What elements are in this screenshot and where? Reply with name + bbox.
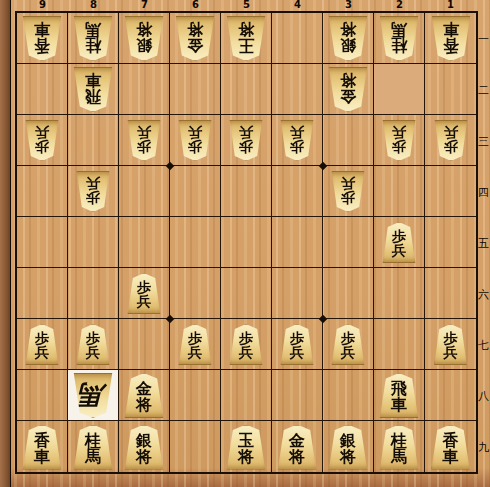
square-9-6[interactable] [17, 268, 68, 319]
square-2-5[interactable]: 歩兵 [374, 217, 425, 268]
piece-kanji: 歩 [188, 331, 202, 345]
piece-kanji: 兵 [341, 345, 355, 359]
piece-sente-1-9[interactable]: 香車 [431, 425, 471, 470]
piece-gote-9-1[interactable]: 香車 [22, 16, 62, 61]
piece-kanji: 将 [136, 449, 152, 465]
square-2-6[interactable] [374, 268, 425, 319]
piece-sente-3-9[interactable]: 銀将 [328, 425, 368, 470]
piece-kanji: 歩 [239, 140, 253, 154]
square-6-7[interactable]: 歩兵 [170, 319, 221, 370]
square-4-4[interactable] [272, 166, 323, 217]
square-5-9[interactable]: 玉将 [221, 421, 272, 472]
piece-kanji: 金 [187, 37, 203, 53]
square-4-2[interactable] [272, 64, 323, 115]
square-5-1[interactable]: 王将 [221, 13, 272, 64]
piece-sente-4-9[interactable]: 金将 [277, 425, 317, 470]
square-6-8[interactable] [170, 370, 221, 421]
rank-label-3: 三 [477, 136, 490, 147]
piece-kanji: 馬 [85, 21, 101, 37]
piece-kanji: 馬 [391, 449, 407, 465]
square-6-3[interactable]: 歩兵 [170, 115, 221, 166]
square-9-8[interactable] [17, 370, 68, 421]
square-2-4[interactable] [374, 166, 425, 217]
square-4-3[interactable]: 歩兵 [272, 115, 323, 166]
piece-gote-2-1[interactable]: 桂馬 [379, 16, 419, 61]
piece-kanji: 将 [136, 397, 152, 413]
square-5-7[interactable]: 歩兵 [221, 319, 272, 370]
piece-sente-8-9[interactable]: 桂馬 [73, 425, 113, 470]
piece-gote-5-3[interactable]: 歩兵 [229, 120, 263, 161]
piece-sente-8-7[interactable]: 歩兵 [76, 324, 110, 365]
square-9-5[interactable] [17, 217, 68, 268]
piece-kanji: 歩 [137, 280, 151, 294]
piece-kanji: 将 [340, 21, 356, 37]
piece-kanji: 将 [289, 449, 305, 465]
piece-sente-9-7[interactable]: 歩兵 [25, 324, 59, 365]
square-9-3[interactable]: 歩兵 [17, 115, 68, 166]
square-5-6[interactable] [221, 268, 272, 319]
piece-kanji: 兵 [35, 126, 49, 140]
piece-kanji: 香 [34, 37, 50, 53]
piece-kanji: 将 [238, 21, 254, 37]
rank-label-6: 六 [477, 289, 490, 300]
square-3-3[interactable] [323, 115, 374, 166]
piece-sente-5-9[interactable]: 玉将 [226, 425, 266, 470]
piece-kanji: 兵 [137, 294, 151, 308]
square-6-6[interactable] [170, 268, 221, 319]
piece-gote-8-8[interactable]: 馬 [73, 373, 113, 418]
square-1-7[interactable]: 歩兵 [425, 319, 476, 370]
square-9-2[interactable] [17, 64, 68, 115]
piece-kanji: 兵 [290, 345, 304, 359]
square-7-6[interactable]: 歩兵 [119, 268, 170, 319]
piece-kanji: 王 [238, 37, 254, 53]
square-3-4[interactable]: 歩兵 [323, 166, 374, 217]
piece-kanji: 銀 [136, 37, 152, 53]
piece-gote-9-3[interactable]: 歩兵 [25, 120, 59, 161]
piece-sente-2-5[interactable]: 歩兵 [382, 222, 416, 263]
square-1-1[interactable]: 香車 [425, 13, 476, 64]
piece-kanji: 兵 [35, 345, 49, 359]
piece-sente-6-7[interactable]: 歩兵 [178, 324, 212, 365]
square-3-7[interactable]: 歩兵 [323, 319, 374, 370]
square-8-7[interactable]: 歩兵 [68, 319, 119, 370]
square-3-1[interactable]: 銀将 [323, 13, 374, 64]
piece-gote-2-3[interactable]: 歩兵 [382, 120, 416, 161]
piece-kanji: 兵 [290, 126, 304, 140]
piece-kanji: 兵 [392, 126, 406, 140]
piece-kanji: 兵 [137, 126, 151, 140]
piece-sente-5-7[interactable]: 歩兵 [229, 324, 263, 365]
square-3-6[interactable] [323, 268, 374, 319]
file-label-2: 2 [390, 0, 410, 10]
square-4-9[interactable]: 金将 [272, 421, 323, 472]
rank-label-1: 一 [477, 34, 490, 45]
piece-kanji: 将 [136, 21, 152, 37]
square-5-3[interactable]: 歩兵 [221, 115, 272, 166]
file-label-6: 6 [186, 0, 206, 10]
piece-kanji: 兵 [239, 345, 253, 359]
square-7-9[interactable]: 銀将 [119, 421, 170, 472]
piece-kanji: 歩 [137, 140, 151, 154]
piece-sente-2-9[interactable]: 桂馬 [379, 425, 419, 470]
rank-label-4: 四 [477, 187, 490, 198]
square-7-3[interactable]: 歩兵 [119, 115, 170, 166]
square-5-2[interactable] [221, 64, 272, 115]
piece-kanji: 歩 [341, 191, 355, 205]
piece-kanji: 兵 [444, 345, 458, 359]
piece-kanji: 歩 [35, 140, 49, 154]
square-9-1[interactable]: 香車 [17, 13, 68, 64]
square-3-9[interactable]: 銀将 [323, 421, 374, 472]
square-3-5[interactable] [323, 217, 374, 268]
square-1-3[interactable]: 歩兵 [425, 115, 476, 166]
square-8-6[interactable] [68, 268, 119, 319]
piece-gote-3-4[interactable]: 歩兵 [331, 171, 365, 212]
square-3-2[interactable]: 金将 [323, 64, 374, 115]
piece-kanji: 歩 [341, 331, 355, 345]
square-2-2[interactable] [374, 64, 425, 115]
piece-kanji: 香 [443, 37, 459, 53]
piece-kanji: 車 [34, 449, 50, 465]
piece-kanji: 飛 [85, 88, 101, 104]
square-7-4[interactable] [119, 166, 170, 217]
square-8-3[interactable] [68, 115, 119, 166]
piece-kanji: 車 [34, 21, 50, 37]
square-4-1[interactable] [272, 13, 323, 64]
piece-kanji: 歩 [392, 140, 406, 154]
rank-label-5: 五 [477, 238, 490, 249]
square-4-5[interactable] [272, 217, 323, 268]
piece-kanji: 歩 [188, 140, 202, 154]
piece-kanji: 将 [340, 72, 356, 88]
square-6-2[interactable] [170, 64, 221, 115]
piece-kanji: 歩 [86, 191, 100, 205]
piece-sente-4-7[interactable]: 歩兵 [280, 324, 314, 365]
piece-gote-5-1[interactable]: 王将 [226, 16, 266, 61]
square-8-8[interactable]: 馬 [68, 370, 119, 421]
piece-kanji: 桂 [391, 37, 407, 53]
square-1-2[interactable] [425, 64, 476, 115]
square-6-9[interactable] [170, 421, 221, 472]
piece-kanji: 銀 [340, 37, 356, 53]
square-5-8[interactable] [221, 370, 272, 421]
file-label-8: 8 [84, 0, 104, 10]
square-6-5[interactable] [170, 217, 221, 268]
square-7-7[interactable] [119, 319, 170, 370]
square-2-7[interactable] [374, 319, 425, 370]
piece-kanji: 歩 [290, 331, 304, 345]
square-5-4[interactable] [221, 166, 272, 217]
piece-kanji: 歩 [35, 331, 49, 345]
piece-kanji: 車 [391, 397, 407, 413]
piece-sente-7-9[interactable]: 銀将 [124, 425, 164, 470]
piece-kanji: 兵 [392, 243, 406, 257]
square-2-9[interactable]: 桂馬 [374, 421, 425, 472]
piece-kanji: 歩 [290, 140, 304, 154]
piece-kanji: 車 [443, 21, 459, 37]
rank-label-2: 二 [477, 85, 490, 96]
rank-label-9: 九 [477, 442, 490, 453]
square-7-8[interactable]: 金将 [119, 370, 170, 421]
piece-kanji: 馬 [85, 449, 101, 465]
piece-kanji: 兵 [239, 126, 253, 140]
piece-gote-6-3[interactable]: 歩兵 [178, 120, 212, 161]
square-1-8[interactable] [425, 370, 476, 421]
piece-kanji: 兵 [444, 126, 458, 140]
file-label-4: 4 [288, 0, 308, 10]
shogi-board: 香車桂馬銀将金将王将銀将桂馬香車飛車金将歩兵歩兵歩兵歩兵歩兵歩兵歩兵歩兵歩兵歩兵… [15, 11, 478, 474]
piece-gote-1-3[interactable]: 歩兵 [434, 120, 468, 161]
square-5-5[interactable] [221, 217, 272, 268]
square-1-4[interactable] [425, 166, 476, 217]
piece-kanji: 歩 [86, 331, 100, 345]
piece-kanji: 金 [340, 88, 356, 104]
square-4-8[interactable] [272, 370, 323, 421]
file-label-5: 5 [237, 0, 257, 10]
file-label-7: 7 [135, 0, 155, 10]
piece-gote-7-1[interactable]: 銀将 [124, 16, 164, 61]
square-8-4[interactable]: 歩兵 [68, 166, 119, 217]
piece-kanji: 馬 [80, 383, 106, 409]
square-4-6[interactable] [272, 268, 323, 319]
piece-gote-3-1[interactable]: 銀将 [328, 16, 368, 61]
piece-kanji: 将 [238, 449, 254, 465]
file-label-3: 3 [339, 0, 359, 10]
file-label-1: 1 [441, 0, 461, 10]
square-7-2[interactable] [119, 64, 170, 115]
square-8-5[interactable] [68, 217, 119, 268]
piece-kanji: 車 [443, 449, 459, 465]
square-8-1[interactable]: 桂馬 [68, 13, 119, 64]
piece-gote-7-3[interactable]: 歩兵 [127, 120, 161, 161]
piece-gote-1-1[interactable]: 香車 [431, 16, 471, 61]
piece-gote-8-4[interactable]: 歩兵 [76, 171, 110, 212]
piece-kanji: 馬 [391, 21, 407, 37]
square-9-7[interactable]: 歩兵 [17, 319, 68, 370]
rank-label-8: 八 [477, 391, 490, 402]
piece-sente-1-7[interactable]: 歩兵 [434, 324, 468, 365]
square-8-9[interactable]: 桂馬 [68, 421, 119, 472]
file-label-9: 9 [33, 0, 53, 10]
piece-gote-8-1[interactable]: 桂馬 [73, 16, 113, 61]
square-7-1[interactable]: 銀将 [119, 13, 170, 64]
square-2-3[interactable]: 歩兵 [374, 115, 425, 166]
square-2-8[interactable]: 飛車 [374, 370, 425, 421]
piece-kanji: 歩 [444, 331, 458, 345]
piece-kanji: 兵 [341, 177, 355, 191]
rank-label-7: 七 [477, 340, 490, 351]
square-9-9[interactable]: 香車 [17, 421, 68, 472]
square-4-7[interactable]: 歩兵 [272, 319, 323, 370]
square-7-5[interactable] [119, 217, 170, 268]
piece-kanji: 兵 [188, 126, 202, 140]
piece-gote-4-3[interactable]: 歩兵 [280, 120, 314, 161]
square-1-9[interactable]: 香車 [425, 421, 476, 472]
piece-sente-9-9[interactable]: 香車 [22, 425, 62, 470]
square-6-1[interactable]: 金将 [170, 13, 221, 64]
square-8-2[interactable]: 飛車 [68, 64, 119, 115]
piece-kanji: 歩 [392, 229, 406, 243]
square-2-1[interactable]: 桂馬 [374, 13, 425, 64]
piece-sente-7-6[interactable]: 歩兵 [127, 273, 161, 314]
square-1-5[interactable] [425, 217, 476, 268]
piece-kanji: 桂 [85, 37, 101, 53]
square-9-4[interactable] [17, 166, 68, 217]
piece-kanji: 兵 [188, 345, 202, 359]
piece-sente-7-8[interactable]: 金将 [124, 373, 164, 418]
piece-kanji: 将 [187, 21, 203, 37]
piece-kanji: 車 [85, 72, 101, 88]
square-3-8[interactable] [323, 370, 374, 421]
piece-kanji: 兵 [86, 177, 100, 191]
square-1-6[interactable] [425, 268, 476, 319]
board-left-edge [0, 0, 11, 487]
piece-sente-3-7[interactable]: 歩兵 [331, 324, 365, 365]
piece-gote-8-2[interactable]: 飛車 [73, 67, 113, 112]
piece-kanji: 兵 [86, 345, 100, 359]
piece-kanji: 歩 [239, 331, 253, 345]
piece-kanji: 将 [340, 449, 356, 465]
piece-gote-3-2[interactable]: 金将 [328, 67, 368, 112]
piece-kanji: 歩 [444, 140, 458, 154]
piece-gote-6-1[interactable]: 金将 [175, 16, 215, 61]
square-6-4[interactable] [170, 166, 221, 217]
piece-sente-2-8[interactable]: 飛車 [379, 373, 419, 418]
